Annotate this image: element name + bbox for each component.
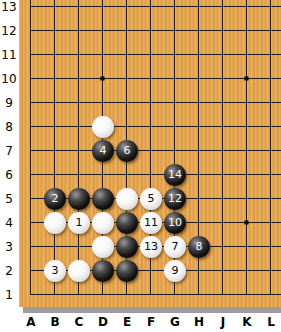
board-point-G10[interactable]	[163, 67, 187, 91]
board-point-F10[interactable]	[139, 67, 163, 91]
board-point-C11[interactable]	[67, 43, 91, 67]
row-label-2: 2	[0, 263, 18, 279]
row-label-9: 9	[0, 95, 18, 111]
board-point-H6[interactable]	[187, 163, 211, 187]
board-point-B8[interactable]	[43, 115, 67, 139]
board-point-D9[interactable]	[91, 91, 115, 115]
board-point-L2[interactable]	[259, 259, 281, 283]
board-point-G7[interactable]	[163, 139, 187, 163]
board-point-L7[interactable]	[259, 139, 281, 163]
board-point-F5[interactable]: 5	[139, 187, 163, 211]
board-point-J8[interactable]	[211, 115, 235, 139]
move-number-label: 11	[144, 212, 158, 234]
board-point-G4[interactable]: 10	[163, 211, 187, 235]
board-point-C5[interactable]	[67, 187, 91, 211]
board-point-B12[interactable]	[43, 19, 67, 43]
move-number-label: 8	[196, 236, 203, 258]
black-stone-D2	[92, 260, 114, 282]
board-point-E13[interactable]	[115, 0, 139, 19]
board-point-A1[interactable]	[19, 283, 43, 307]
board-point-B3[interactable]	[43, 235, 67, 259]
board-point-J12[interactable]	[211, 19, 235, 43]
board-point-K2[interactable]	[235, 259, 259, 283]
move-number-label: 14	[168, 164, 182, 186]
board-grid: 4614251211110137839	[19, 0, 281, 307]
col-label-A: A	[19, 313, 43, 331]
board-point-C10[interactable]	[67, 67, 91, 91]
board-point-E10[interactable]	[115, 67, 139, 91]
board-point-E6[interactable]	[115, 163, 139, 187]
board-point-A8[interactable]	[19, 115, 43, 139]
board-point-G11[interactable]	[163, 43, 187, 67]
board-point-J11[interactable]	[211, 43, 235, 67]
board-point-G12[interactable]	[163, 19, 187, 43]
board-point-K7[interactable]	[235, 139, 259, 163]
black-stone-E4	[116, 212, 138, 234]
board-point-K13[interactable]	[235, 0, 259, 19]
board-point-E2[interactable]	[115, 259, 139, 283]
white-stone-F5: 5	[140, 188, 162, 210]
board-point-J13[interactable]	[211, 0, 235, 19]
board-point-D8[interactable]	[91, 115, 115, 139]
board-point-F4[interactable]: 11	[139, 211, 163, 235]
board-point-K5[interactable]	[235, 187, 259, 211]
board-point-J5[interactable]	[211, 187, 235, 211]
board-point-E7[interactable]: 6	[115, 139, 139, 163]
white-stone-C4: 1	[68, 212, 90, 234]
board-point-D2[interactable]	[91, 259, 115, 283]
column-coordinate-labels: ABCDEFGHJKL	[19, 313, 281, 331]
move-number-label: 2	[52, 188, 59, 210]
move-number-label: 1	[76, 212, 83, 234]
board-point-J7[interactable]	[211, 139, 235, 163]
col-label-E: E	[115, 313, 139, 331]
col-label-C: C	[67, 313, 91, 331]
board-point-C1[interactable]	[67, 283, 91, 307]
board-point-K8[interactable]	[235, 115, 259, 139]
board-point-B7[interactable]	[43, 139, 67, 163]
board-point-B13[interactable]	[43, 0, 67, 19]
board-point-H5[interactable]	[187, 187, 211, 211]
board-point-K4[interactable]	[235, 211, 259, 235]
move-number-label: 6	[124, 140, 131, 162]
board-point-E4[interactable]	[115, 211, 139, 235]
move-number-label: 5	[148, 188, 155, 210]
board-point-L13[interactable]	[259, 0, 281, 19]
col-label-K: K	[235, 313, 259, 331]
col-label-L: L	[259, 313, 281, 331]
board-point-C8[interactable]	[67, 115, 91, 139]
board-point-K12[interactable]	[235, 19, 259, 43]
row-label-12: 12	[0, 23, 18, 39]
board-point-K3[interactable]	[235, 235, 259, 259]
board-point-A12[interactable]	[19, 19, 43, 43]
board-point-D12[interactable]	[91, 19, 115, 43]
board-point-F3[interactable]: 13	[139, 235, 163, 259]
board-point-C2[interactable]	[67, 259, 91, 283]
white-stone-F4: 11	[140, 212, 162, 234]
board-point-K6[interactable]	[235, 163, 259, 187]
board-point-E12[interactable]	[115, 19, 139, 43]
black-stone-H3: 8	[188, 236, 210, 258]
board-point-C9[interactable]	[67, 91, 91, 115]
row-coordinate-labels: 13121110987654321	[0, 0, 18, 307]
board-point-B9[interactable]	[43, 91, 67, 115]
board-point-D5[interactable]	[91, 187, 115, 211]
white-stone-D4	[92, 212, 114, 234]
board-point-K1[interactable]	[235, 283, 259, 307]
col-label-G: G	[163, 313, 187, 331]
board-point-J2[interactable]	[211, 259, 235, 283]
board-point-L10[interactable]	[259, 67, 281, 91]
board-point-L8[interactable]	[259, 115, 281, 139]
board-point-L6[interactable]	[259, 163, 281, 187]
board-point-H3[interactable]: 8	[187, 235, 211, 259]
board-point-E1[interactable]	[115, 283, 139, 307]
col-label-D: D	[91, 313, 115, 331]
board-point-L1[interactable]	[259, 283, 281, 307]
board-point-L5[interactable]	[259, 187, 281, 211]
white-stone-B2: 3	[44, 260, 66, 282]
board-point-B5[interactable]: 2	[43, 187, 67, 211]
board-point-F2[interactable]	[139, 259, 163, 283]
board-point-C6[interactable]	[67, 163, 91, 187]
black-stone-G5: 12	[164, 188, 186, 210]
board-point-G3[interactable]: 7	[163, 235, 187, 259]
board-point-B10[interactable]	[43, 67, 67, 91]
board-point-B1[interactable]	[43, 283, 67, 307]
board-point-K10[interactable]	[235, 67, 259, 91]
board-point-A4[interactable]	[19, 211, 43, 235]
white-stone-G2: 9	[164, 260, 186, 282]
board-point-E5[interactable]	[115, 187, 139, 211]
move-number-label: 9	[172, 260, 179, 282]
board-point-A13[interactable]	[19, 0, 43, 19]
col-label-F: F	[139, 313, 163, 331]
row-label-8: 8	[0, 119, 18, 135]
board-point-D6[interactable]	[91, 163, 115, 187]
board-point-A3[interactable]	[19, 235, 43, 259]
white-stone-E5	[116, 188, 138, 210]
board-point-H1[interactable]	[187, 283, 211, 307]
row-label-11: 11	[0, 47, 18, 63]
board-point-E8[interactable]	[115, 115, 139, 139]
board-point-D4[interactable]	[91, 211, 115, 235]
black-stone-G6: 14	[164, 164, 186, 186]
black-stone-E3	[116, 236, 138, 258]
board-point-F11[interactable]	[139, 43, 163, 67]
board-point-F12[interactable]	[139, 19, 163, 43]
white-stone-B4	[44, 212, 66, 234]
go-board: 4614251211110137839	[19, 0, 281, 307]
board-point-L11[interactable]	[259, 43, 281, 67]
board-point-C13[interactable]	[67, 0, 91, 19]
board-point-J6[interactable]	[211, 163, 235, 187]
board-point-D10[interactable]	[91, 67, 115, 91]
board-point-D7[interactable]: 4	[91, 139, 115, 163]
board-point-H9[interactable]	[187, 91, 211, 115]
board-point-J9[interactable]	[211, 91, 235, 115]
board-point-C4[interactable]: 1	[67, 211, 91, 235]
board-point-A10[interactable]	[19, 67, 43, 91]
board-point-B11[interactable]	[43, 43, 67, 67]
move-number-label: 3	[52, 260, 59, 282]
board-point-L9[interactable]	[259, 91, 281, 115]
board-point-A7[interactable]	[19, 139, 43, 163]
row-label-6: 6	[0, 167, 18, 183]
white-stone-G3: 7	[164, 236, 186, 258]
row-label-1: 1	[0, 287, 18, 303]
board-point-H12[interactable]	[187, 19, 211, 43]
board-point-L3[interactable]	[259, 235, 281, 259]
black-stone-D5	[92, 188, 114, 210]
board-point-K9[interactable]	[235, 91, 259, 115]
board-point-C12[interactable]	[67, 19, 91, 43]
board-point-G9[interactable]	[163, 91, 187, 115]
board-point-H7[interactable]	[187, 139, 211, 163]
board-point-A6[interactable]	[19, 163, 43, 187]
board-point-E3[interactable]	[115, 235, 139, 259]
board-point-D13[interactable]	[91, 0, 115, 19]
move-number-label: 12	[168, 188, 182, 210]
board-point-F9[interactable]	[139, 91, 163, 115]
black-stone-B5: 2	[44, 188, 66, 210]
row-label-5: 5	[0, 191, 18, 207]
board-point-F6[interactable]	[139, 163, 163, 187]
board-point-H8[interactable]	[187, 115, 211, 139]
board-point-H13[interactable]	[187, 0, 211, 19]
board-point-F13[interactable]	[139, 0, 163, 19]
white-stone-F3: 13	[140, 236, 162, 258]
board-point-D3[interactable]	[91, 235, 115, 259]
board-point-A5[interactable]	[19, 187, 43, 211]
black-stone-G4: 10	[164, 212, 186, 234]
row-label-10: 10	[0, 71, 18, 87]
board-point-G2[interactable]: 9	[163, 259, 187, 283]
board-point-A9[interactable]	[19, 91, 43, 115]
board-point-J3[interactable]	[211, 235, 235, 259]
board-point-B4[interactable]	[43, 211, 67, 235]
row-label-4: 4	[0, 215, 18, 231]
move-number-label: 13	[144, 236, 158, 258]
board-point-H4[interactable]	[187, 211, 211, 235]
black-stone-E2	[116, 260, 138, 282]
white-stone-D8	[92, 116, 114, 138]
move-number-label: 10	[168, 212, 182, 234]
board-point-F1[interactable]	[139, 283, 163, 307]
board-point-H10[interactable]	[187, 67, 211, 91]
board-point-L12[interactable]	[259, 19, 281, 43]
board-point-G6[interactable]: 14	[163, 163, 187, 187]
move-number-label: 7	[172, 236, 179, 258]
board-point-H11[interactable]	[187, 43, 211, 67]
board-point-E11[interactable]	[115, 43, 139, 67]
board-point-G5[interactable]: 12	[163, 187, 187, 211]
white-stone-C2	[68, 260, 90, 282]
board-point-J10[interactable]	[211, 67, 235, 91]
board-point-L4[interactable]	[259, 211, 281, 235]
col-label-J: J	[211, 313, 235, 331]
go-diagram: 4614251211110137839 13121110987654321 AB…	[0, 0, 281, 332]
board-point-H2[interactable]	[187, 259, 211, 283]
row-label-7: 7	[0, 143, 18, 159]
board-point-F8[interactable]	[139, 115, 163, 139]
board-point-G8[interactable]	[163, 115, 187, 139]
board-point-A2[interactable]	[19, 259, 43, 283]
board-point-E9[interactable]	[115, 91, 139, 115]
board-point-J4[interactable]	[211, 211, 235, 235]
row-label-3: 3	[0, 239, 18, 255]
black-stone-D7: 4	[92, 140, 114, 162]
board-point-K11[interactable]	[235, 43, 259, 67]
board-point-F7[interactable]	[139, 139, 163, 163]
board-point-J1[interactable]	[211, 283, 235, 307]
board-point-C3[interactable]	[67, 235, 91, 259]
board-point-C7[interactable]	[67, 139, 91, 163]
white-stone-D3	[92, 236, 114, 258]
board-point-D1[interactable]	[91, 283, 115, 307]
board-point-G13[interactable]	[163, 0, 187, 19]
col-label-H: H	[187, 313, 211, 331]
board-point-B2[interactable]: 3	[43, 259, 67, 283]
board-point-B6[interactable]	[43, 163, 67, 187]
row-label-13: 13	[0, 0, 18, 15]
board-point-G1[interactable]	[163, 283, 187, 307]
col-label-B: B	[43, 313, 67, 331]
move-number-label: 4	[100, 140, 107, 162]
black-stone-E7: 6	[116, 140, 138, 162]
board-point-A11[interactable]	[19, 43, 43, 67]
board-point-D11[interactable]	[91, 43, 115, 67]
black-stone-C5	[68, 188, 90, 210]
